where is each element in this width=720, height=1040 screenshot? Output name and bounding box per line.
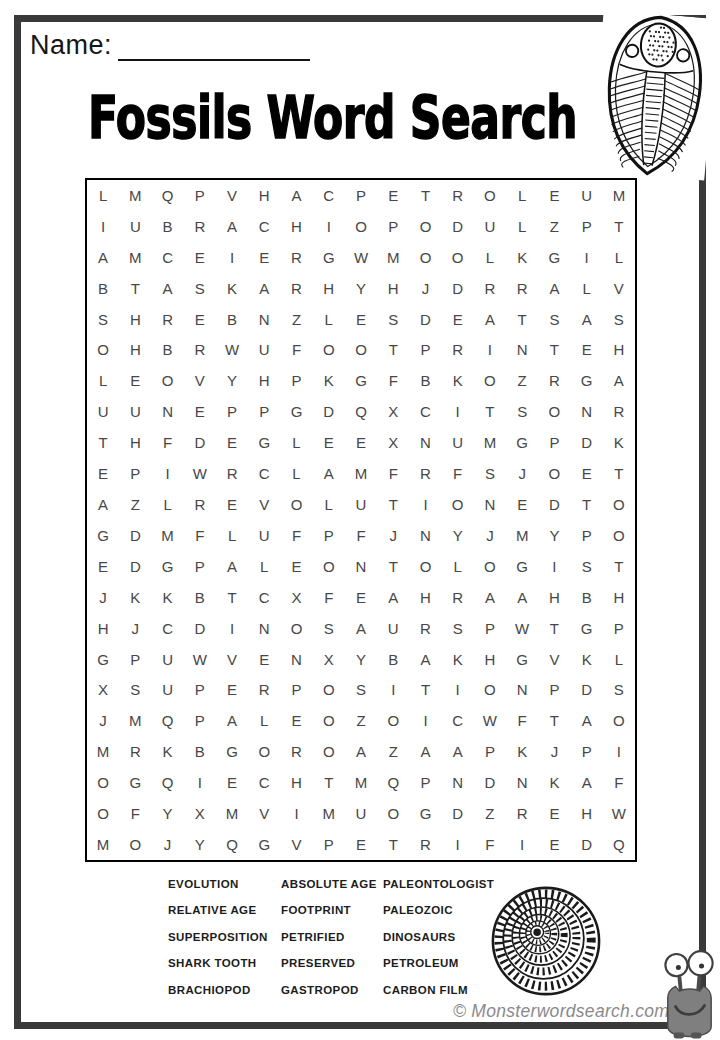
grid-cell[interactable]: J bbox=[538, 736, 570, 767]
grid-cell[interactable]: F bbox=[280, 520, 312, 551]
grid-cell[interactable]: P bbox=[119, 644, 151, 675]
grid-cell[interactable]: E bbox=[377, 180, 409, 211]
grid-cell[interactable]: U bbox=[151, 675, 183, 706]
grid-cell[interactable]: E bbox=[345, 582, 377, 613]
grid-cell[interactable]: A bbox=[216, 211, 248, 242]
grid-cell[interactable]: D bbox=[313, 396, 345, 427]
grid-cell[interactable]: C bbox=[248, 582, 280, 613]
grid-cell[interactable]: P bbox=[248, 396, 280, 427]
grid-cell[interactable]: Z bbox=[538, 211, 570, 242]
grid-cell[interactable]: V bbox=[538, 644, 570, 675]
grid-cell[interactable]: A bbox=[571, 767, 603, 798]
grid-cell[interactable]: O bbox=[345, 211, 377, 242]
grid-cell[interactable]: W bbox=[603, 798, 635, 829]
grid-cell[interactable]: R bbox=[442, 582, 474, 613]
grid-cell[interactable]: Q bbox=[603, 829, 635, 860]
grid-cell[interactable]: O bbox=[313, 705, 345, 736]
grid-cell[interactable]: W bbox=[184, 644, 216, 675]
grid-cell[interactable]: Z bbox=[377, 736, 409, 767]
grid-cell[interactable]: R bbox=[603, 396, 635, 427]
grid-cell[interactable]: R bbox=[506, 273, 538, 304]
grid-cell[interactable]: R bbox=[409, 458, 441, 489]
grid-cell[interactable]: M bbox=[313, 798, 345, 829]
grid-cell[interactable]: I bbox=[506, 829, 538, 860]
grid-cell[interactable]: G bbox=[151, 551, 183, 582]
grid-cell[interactable]: H bbox=[377, 273, 409, 304]
grid-cell[interactable]: T bbox=[216, 582, 248, 613]
grid-cell[interactable]: S bbox=[571, 551, 603, 582]
grid-cell[interactable]: M bbox=[377, 242, 409, 273]
grid-cell[interactable]: N bbox=[571, 396, 603, 427]
grid-cell[interactable]: R bbox=[538, 365, 570, 396]
grid-cell[interactable]: P bbox=[184, 705, 216, 736]
grid-cell[interactable]: T bbox=[603, 211, 635, 242]
grid-cell[interactable]: Q bbox=[151, 767, 183, 798]
grid-cell[interactable]: P bbox=[571, 211, 603, 242]
grid-cell[interactable]: N bbox=[442, 767, 474, 798]
grid-cell[interactable]: P bbox=[409, 335, 441, 366]
grid-cell[interactable]: T bbox=[603, 458, 635, 489]
grid-cell[interactable]: I bbox=[313, 211, 345, 242]
grid-cell[interactable]: Q bbox=[151, 705, 183, 736]
grid-cell[interactable]: P bbox=[538, 675, 570, 706]
grid-cell[interactable]: L bbox=[151, 489, 183, 520]
grid-cell[interactable]: F bbox=[377, 458, 409, 489]
grid-cell[interactable]: E bbox=[216, 427, 248, 458]
grid-cell[interactable]: O bbox=[119, 829, 151, 860]
grid-cell[interactable]: G bbox=[248, 829, 280, 860]
grid-cell[interactable]: G bbox=[538, 242, 570, 273]
grid-cell[interactable]: K bbox=[313, 365, 345, 396]
grid-cell[interactable]: S bbox=[119, 675, 151, 706]
grid-cell[interactable]: A bbox=[571, 304, 603, 335]
grid-cell[interactable]: R bbox=[280, 736, 312, 767]
grid-cell[interactable]: A bbox=[442, 736, 474, 767]
grid-cell[interactable]: P bbox=[571, 736, 603, 767]
grid-cell[interactable]: K bbox=[538, 767, 570, 798]
grid-cell[interactable]: T bbox=[409, 675, 441, 706]
grid-cell[interactable]: D bbox=[184, 613, 216, 644]
grid-cell[interactable]: M bbox=[603, 180, 635, 211]
grid-cell[interactable]: U bbox=[119, 396, 151, 427]
grid-cell[interactable]: H bbox=[248, 365, 280, 396]
grid-cell[interactable]: P bbox=[474, 736, 506, 767]
grid-cell[interactable]: U bbox=[377, 613, 409, 644]
grid-cell[interactable]: S bbox=[377, 304, 409, 335]
grid-cell[interactable]: U bbox=[474, 211, 506, 242]
grid-cell[interactable]: B bbox=[151, 335, 183, 366]
grid-cell[interactable]: A bbox=[151, 273, 183, 304]
grid-cell[interactable]: E bbox=[538, 180, 570, 211]
grid-cell[interactable]: V bbox=[216, 644, 248, 675]
grid-cell[interactable]: N bbox=[506, 675, 538, 706]
grid-cell[interactable]: A bbox=[280, 180, 312, 211]
grid-cell[interactable]: R bbox=[280, 242, 312, 273]
grid-cell[interactable]: L bbox=[442, 551, 474, 582]
grid-cell[interactable]: O bbox=[377, 798, 409, 829]
grid-cell[interactable]: X bbox=[377, 396, 409, 427]
grid-cell[interactable]: L bbox=[474, 242, 506, 273]
grid-cell[interactable]: F bbox=[119, 798, 151, 829]
grid-cell[interactable]: N bbox=[280, 644, 312, 675]
grid-cell[interactable]: J bbox=[474, 520, 506, 551]
grid-cell[interactable]: W bbox=[184, 458, 216, 489]
grid-cell[interactable]: H bbox=[280, 211, 312, 242]
grid-cell[interactable]: A bbox=[538, 273, 570, 304]
grid-cell[interactable]: K bbox=[119, 582, 151, 613]
grid-cell[interactable]: M bbox=[119, 705, 151, 736]
grid-cell[interactable]: A bbox=[216, 551, 248, 582]
grid-cell[interactable]: L bbox=[87, 180, 119, 211]
grid-cell[interactable]: I bbox=[474, 335, 506, 366]
grid-cell[interactable]: N bbox=[151, 396, 183, 427]
grid-cell[interactable]: S bbox=[87, 304, 119, 335]
grid-cell[interactable]: H bbox=[119, 427, 151, 458]
grid-cell[interactable]: Y bbox=[345, 273, 377, 304]
grid-cell[interactable]: H bbox=[119, 304, 151, 335]
grid-cell[interactable]: B bbox=[184, 582, 216, 613]
grid-cell[interactable]: I bbox=[377, 675, 409, 706]
grid-cell[interactable]: O bbox=[409, 242, 441, 273]
grid-cell[interactable]: C bbox=[151, 242, 183, 273]
grid-cell[interactable]: E bbox=[506, 489, 538, 520]
grid-cell[interactable]: E bbox=[184, 304, 216, 335]
grid-cell[interactable]: Y bbox=[538, 520, 570, 551]
grid-cell[interactable]: G bbox=[216, 736, 248, 767]
grid-cell[interactable]: O bbox=[474, 365, 506, 396]
grid-cell[interactable]: O bbox=[538, 396, 570, 427]
grid-cell[interactable]: P bbox=[216, 396, 248, 427]
grid-cell[interactable]: X bbox=[280, 582, 312, 613]
grid-cell[interactable]: D bbox=[442, 211, 474, 242]
grid-cell[interactable]: Y bbox=[442, 520, 474, 551]
grid-cell[interactable]: A bbox=[87, 489, 119, 520]
grid-cell[interactable]: T bbox=[538, 705, 570, 736]
grid-cell[interactable]: J bbox=[87, 582, 119, 613]
grid-cell[interactable]: P bbox=[409, 767, 441, 798]
grid-cell[interactable]: S bbox=[474, 458, 506, 489]
grid-cell[interactable]: P bbox=[313, 829, 345, 860]
grid-cell[interactable]: D bbox=[538, 489, 570, 520]
grid-cell[interactable]: N bbox=[506, 335, 538, 366]
grid-cell[interactable]: T bbox=[313, 767, 345, 798]
grid-cell[interactable]: F bbox=[313, 582, 345, 613]
grid-cell[interactable]: O bbox=[151, 365, 183, 396]
grid-cell[interactable]: O bbox=[474, 675, 506, 706]
grid-cell[interactable]: I bbox=[184, 767, 216, 798]
grid-cell[interactable]: H bbox=[119, 335, 151, 366]
grid-cell[interactable]: T bbox=[506, 304, 538, 335]
grid-cell[interactable]: N bbox=[248, 304, 280, 335]
grid-cell[interactable]: D bbox=[571, 675, 603, 706]
grid-cell[interactable]: B bbox=[216, 304, 248, 335]
grid-cell[interactable]: U bbox=[345, 798, 377, 829]
grid-cell[interactable]: W bbox=[216, 335, 248, 366]
grid-cell[interactable]: S bbox=[603, 304, 635, 335]
grid-cell[interactable]: A bbox=[409, 644, 441, 675]
grid-cell[interactable]: P bbox=[377, 211, 409, 242]
grid-cell[interactable]: K bbox=[571, 644, 603, 675]
grid-cell[interactable]: T bbox=[377, 551, 409, 582]
grid-cell[interactable]: R bbox=[280, 273, 312, 304]
grid-cell[interactable]: W bbox=[506, 613, 538, 644]
grid-cell[interactable]: B bbox=[151, 211, 183, 242]
grid-cell[interactable]: R bbox=[506, 798, 538, 829]
grid-cell[interactable]: L bbox=[313, 304, 345, 335]
grid-cell[interactable]: O bbox=[603, 520, 635, 551]
grid-cell[interactable]: L bbox=[280, 427, 312, 458]
grid-cell[interactable]: I bbox=[442, 829, 474, 860]
grid-cell[interactable]: G bbox=[506, 644, 538, 675]
grid-cell[interactable]: T bbox=[538, 335, 570, 366]
grid-cell[interactable]: I bbox=[280, 798, 312, 829]
grid-cell[interactable]: I bbox=[216, 242, 248, 273]
grid-cell[interactable]: L bbox=[603, 644, 635, 675]
grid-cell[interactable]: L bbox=[248, 705, 280, 736]
grid-cell[interactable]: M bbox=[151, 520, 183, 551]
grid-cell[interactable]: F bbox=[442, 458, 474, 489]
grid-cell[interactable]: E bbox=[571, 458, 603, 489]
grid-cell[interactable]: L bbox=[571, 273, 603, 304]
grid-cell[interactable]: A bbox=[603, 365, 635, 396]
grid-cell[interactable]: F bbox=[151, 427, 183, 458]
grid-cell[interactable]: O bbox=[538, 458, 570, 489]
grid-cell[interactable]: S bbox=[603, 675, 635, 706]
grid-cell[interactable]: M bbox=[345, 767, 377, 798]
grid-cell[interactable]: E bbox=[87, 551, 119, 582]
grid-cell[interactable]: D bbox=[474, 767, 506, 798]
grid-cell[interactable]: C bbox=[409, 396, 441, 427]
grid-cell[interactable]: A bbox=[474, 582, 506, 613]
grid-cell[interactable]: K bbox=[506, 736, 538, 767]
grid-cell[interactable]: G bbox=[409, 798, 441, 829]
grid-cell[interactable]: O bbox=[313, 675, 345, 706]
grid-cell[interactable]: L bbox=[506, 180, 538, 211]
grid-cell[interactable]: H bbox=[248, 180, 280, 211]
grid-cell[interactable]: E bbox=[280, 705, 312, 736]
grid-cell[interactable]: J bbox=[87, 705, 119, 736]
grid-cell[interactable]: S bbox=[313, 613, 345, 644]
grid-cell[interactable]: Y bbox=[184, 829, 216, 860]
grid-cell[interactable]: F bbox=[474, 829, 506, 860]
grid-cell[interactable]: T bbox=[119, 273, 151, 304]
grid-cell[interactable]: M bbox=[474, 427, 506, 458]
grid-cell[interactable]: A bbox=[345, 736, 377, 767]
grid-cell[interactable]: E bbox=[119, 365, 151, 396]
grid-cell[interactable]: H bbox=[280, 767, 312, 798]
grid-cell[interactable]: E bbox=[571, 335, 603, 366]
grid-cell[interactable]: S bbox=[506, 396, 538, 427]
grid-cell[interactable]: A bbox=[571, 705, 603, 736]
grid-cell[interactable]: T bbox=[377, 489, 409, 520]
grid-cell[interactable]: O bbox=[280, 489, 312, 520]
grid-cell[interactable]: I bbox=[151, 458, 183, 489]
grid-cell[interactable]: I bbox=[409, 705, 441, 736]
grid-cell[interactable]: M bbox=[87, 829, 119, 860]
grid-cell[interactable]: S bbox=[184, 273, 216, 304]
grid-cell[interactable]: Z bbox=[280, 304, 312, 335]
grid-cell[interactable]: O bbox=[87, 798, 119, 829]
grid-cell[interactable]: T bbox=[377, 335, 409, 366]
grid-cell[interactable]: P bbox=[571, 520, 603, 551]
grid-cell[interactable]: M bbox=[119, 242, 151, 273]
grid-cell[interactable]: K bbox=[151, 736, 183, 767]
grid-cell[interactable]: I bbox=[442, 675, 474, 706]
grid-cell[interactable]: F bbox=[184, 520, 216, 551]
grid-cell[interactable]: N bbox=[474, 489, 506, 520]
grid-cell[interactable]: R bbox=[184, 211, 216, 242]
grid-cell[interactable]: O bbox=[87, 767, 119, 798]
grid-cell[interactable]: I bbox=[87, 211, 119, 242]
grid-cell[interactable]: D bbox=[119, 520, 151, 551]
grid-cell[interactable]: X bbox=[87, 675, 119, 706]
grid-cell[interactable]: R bbox=[442, 335, 474, 366]
grid-cell[interactable]: I bbox=[538, 551, 570, 582]
grid-cell[interactable]: D bbox=[442, 798, 474, 829]
grid-cell[interactable]: A bbox=[313, 458, 345, 489]
grid-cell[interactable]: M bbox=[87, 736, 119, 767]
grid-cell[interactable]: U bbox=[119, 211, 151, 242]
grid-cell[interactable]: E bbox=[184, 242, 216, 273]
grid-cell[interactable]: C bbox=[248, 767, 280, 798]
grid-cell[interactable]: O bbox=[409, 211, 441, 242]
grid-cell[interactable]: K bbox=[603, 427, 635, 458]
grid-cell[interactable]: H bbox=[474, 644, 506, 675]
grid-cell[interactable]: R bbox=[119, 736, 151, 767]
grid-cell[interactable]: L bbox=[248, 551, 280, 582]
grid-cell[interactable]: E bbox=[280, 551, 312, 582]
grid-cell[interactable]: C bbox=[248, 458, 280, 489]
grid-cell[interactable]: I bbox=[216, 613, 248, 644]
grid-cell[interactable]: P bbox=[184, 675, 216, 706]
grid-cell[interactable]: H bbox=[409, 582, 441, 613]
grid-cell[interactable]: A bbox=[87, 242, 119, 273]
grid-cell[interactable]: T bbox=[538, 613, 570, 644]
grid-cell[interactable]: D bbox=[442, 273, 474, 304]
grid-cell[interactable]: J bbox=[409, 273, 441, 304]
grid-cell[interactable]: A bbox=[345, 613, 377, 644]
grid-cell[interactable]: D bbox=[571, 829, 603, 860]
grid-cell[interactable]: K bbox=[216, 273, 248, 304]
grid-cell[interactable]: O bbox=[474, 180, 506, 211]
grid-cell[interactable]: P bbox=[280, 365, 312, 396]
grid-cell[interactable]: X bbox=[184, 798, 216, 829]
grid-cell[interactable]: N bbox=[248, 613, 280, 644]
grid-cell[interactable]: O bbox=[442, 242, 474, 273]
grid-cell[interactable]: E bbox=[248, 644, 280, 675]
grid-cell[interactable]: F bbox=[506, 705, 538, 736]
grid-cell[interactable]: D bbox=[184, 427, 216, 458]
grid-cell[interactable]: L bbox=[87, 365, 119, 396]
grid-cell[interactable]: F bbox=[377, 365, 409, 396]
grid-cell[interactable]: F bbox=[345, 520, 377, 551]
grid-cell[interactable]: H bbox=[603, 582, 635, 613]
grid-cell[interactable]: L bbox=[280, 458, 312, 489]
grid-cell[interactable]: E bbox=[184, 396, 216, 427]
grid-cell[interactable]: A bbox=[216, 705, 248, 736]
grid-cell[interactable]: A bbox=[474, 304, 506, 335]
grid-cell[interactable]: B bbox=[184, 736, 216, 767]
grid-cell[interactable]: J bbox=[506, 458, 538, 489]
grid-cell[interactable]: O bbox=[280, 613, 312, 644]
grid-cell[interactable]: K bbox=[506, 242, 538, 273]
grid-cell[interactable]: F bbox=[280, 335, 312, 366]
grid-cell[interactable]: C bbox=[313, 180, 345, 211]
grid-cell[interactable]: Q bbox=[151, 180, 183, 211]
grid-cell[interactable]: L bbox=[506, 211, 538, 242]
grid-cell[interactable]: D bbox=[119, 551, 151, 582]
grid-cell[interactable]: H bbox=[87, 613, 119, 644]
grid-cell[interactable]: G bbox=[345, 365, 377, 396]
grid-cell[interactable]: R bbox=[184, 489, 216, 520]
grid-cell[interactable]: V bbox=[184, 365, 216, 396]
grid-cell[interactable]: O bbox=[603, 489, 635, 520]
grid-cell[interactable]: P bbox=[280, 675, 312, 706]
grid-cell[interactable]: H bbox=[313, 273, 345, 304]
grid-cell[interactable]: G bbox=[119, 767, 151, 798]
grid-cell[interactable]: U bbox=[248, 520, 280, 551]
grid-cell[interactable]: T bbox=[409, 180, 441, 211]
grid-cell[interactable]: G bbox=[571, 613, 603, 644]
grid-cell[interactable]: B bbox=[409, 365, 441, 396]
grid-cell[interactable]: Q bbox=[216, 829, 248, 860]
grid-cell[interactable]: K bbox=[151, 582, 183, 613]
grid-cell[interactable]: E bbox=[538, 829, 570, 860]
grid-cell[interactable]: B bbox=[571, 582, 603, 613]
grid-cell[interactable]: I bbox=[442, 396, 474, 427]
grid-cell[interactable]: O bbox=[345, 335, 377, 366]
grid-cell[interactable]: Y bbox=[216, 365, 248, 396]
grid-cell[interactable]: V bbox=[248, 798, 280, 829]
grid-cell[interactable]: I bbox=[603, 736, 635, 767]
grid-cell[interactable]: M bbox=[216, 798, 248, 829]
grid-cell[interactable]: C bbox=[151, 613, 183, 644]
grid-cell[interactable]: Z bbox=[345, 705, 377, 736]
grid-cell[interactable]: B bbox=[87, 273, 119, 304]
grid-cell[interactable]: M bbox=[119, 180, 151, 211]
grid-cell[interactable]: P bbox=[474, 613, 506, 644]
grid-cell[interactable]: T bbox=[474, 396, 506, 427]
grid-cell[interactable]: U bbox=[151, 644, 183, 675]
grid-cell[interactable]: P bbox=[603, 613, 635, 644]
grid-cell[interactable]: U bbox=[87, 396, 119, 427]
grid-cell[interactable]: P bbox=[345, 180, 377, 211]
grid-cell[interactable]: U bbox=[248, 335, 280, 366]
grid-cell[interactable]: Z bbox=[119, 489, 151, 520]
grid-cell[interactable]: M bbox=[506, 520, 538, 551]
grid-cell[interactable]: T bbox=[377, 829, 409, 860]
grid-cell[interactable]: R bbox=[409, 613, 441, 644]
grid-cell[interactable]: Y bbox=[345, 644, 377, 675]
grid-cell[interactable]: U bbox=[345, 489, 377, 520]
grid-cell[interactable]: Z bbox=[474, 798, 506, 829]
grid-cell[interactable]: K bbox=[442, 644, 474, 675]
grid-cell[interactable]: O bbox=[313, 736, 345, 767]
grid-cell[interactable]: G bbox=[506, 427, 538, 458]
grid-cell[interactable]: V bbox=[280, 829, 312, 860]
grid-cell[interactable]: H bbox=[538, 582, 570, 613]
grid-cell[interactable]: P bbox=[313, 520, 345, 551]
grid-cell[interactable]: R bbox=[184, 335, 216, 366]
grid-cell[interactable]: V bbox=[248, 489, 280, 520]
grid-cell[interactable]: P bbox=[184, 180, 216, 211]
grid-cell[interactable]: T bbox=[571, 489, 603, 520]
grid-cell[interactable]: X bbox=[313, 644, 345, 675]
grid-cell[interactable]: P bbox=[119, 458, 151, 489]
grid-cell[interactable]: G bbox=[87, 520, 119, 551]
grid-cell[interactable]: J bbox=[377, 520, 409, 551]
grid-cell[interactable]: Z bbox=[506, 365, 538, 396]
